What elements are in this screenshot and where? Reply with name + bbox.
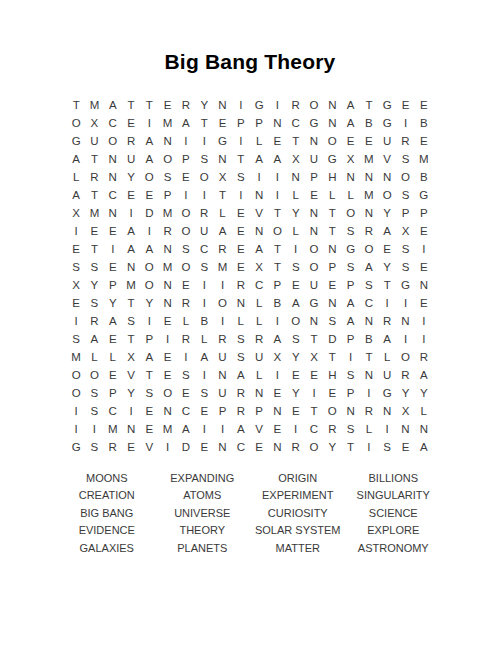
grid-cell-r8c7[interactable]: O — [177, 222, 195, 240]
grid-cell-r16c8[interactable]: I — [195, 366, 213, 384]
grid-cell-r2c6[interactable]: M — [158, 114, 176, 132]
grid-cell-r11c12[interactable]: P — [268, 276, 286, 294]
grid-cell-r13c17[interactable]: N — [360, 312, 378, 330]
grid-cell-r11c16[interactable]: P — [341, 276, 359, 294]
grid-cell-r5c3[interactable]: N — [104, 168, 122, 186]
grid-cell-r11c4[interactable]: M — [122, 276, 140, 294]
grid-cell-r10c16[interactable]: S — [341, 258, 359, 276]
grid-cell-r2c9[interactable]: E — [213, 114, 231, 132]
grid-cell-r12c1[interactable]: E — [67, 294, 85, 312]
grid-cell-r16c6[interactable]: E — [158, 366, 176, 384]
grid-cell-r14c19[interactable]: I — [396, 330, 414, 348]
grid-cell-r17c5[interactable]: S — [140, 384, 158, 402]
grid-cell-r5c7[interactable]: E — [177, 168, 195, 186]
grid-cell-r10c6[interactable]: M — [158, 258, 176, 276]
grid-cell-r2c11[interactable]: P — [250, 114, 268, 132]
grid-cell-r8c8[interactable]: U — [195, 222, 213, 240]
grid-cell-r14c11[interactable]: R — [250, 330, 268, 348]
grid-cell-r5c20[interactable]: B — [415, 168, 433, 186]
grid-cell-r14c18[interactable]: A — [378, 330, 396, 348]
grid-cell-r5c13[interactable]: N — [287, 168, 305, 186]
grid-cell-r15c14[interactable]: X — [305, 348, 323, 366]
grid-cell-r18c15[interactable]: O — [323, 402, 341, 420]
grid-cell-r9c7[interactable]: S — [177, 240, 195, 258]
grid-cell-r13c8[interactable]: B — [195, 312, 213, 330]
grid-cell-r1c1[interactable]: T — [67, 96, 85, 114]
grid-cell-r14c7[interactable]: R — [177, 330, 195, 348]
grid-cell-r9c9[interactable]: R — [213, 240, 231, 258]
grid-cell-r17c12[interactable]: E — [268, 384, 286, 402]
grid-cell-r13c13[interactable]: O — [287, 312, 305, 330]
grid-cell-r14c1[interactable]: S — [67, 330, 85, 348]
grid-cell-r7c11[interactable]: V — [250, 204, 268, 222]
grid-cell-r15c11[interactable]: U — [250, 348, 268, 366]
grid-cell-r2c15[interactable]: N — [323, 114, 341, 132]
grid-cell-r4c6[interactable]: O — [158, 150, 176, 168]
grid-cell-r18c14[interactable]: T — [305, 402, 323, 420]
grid-cell-r9c11[interactable]: A — [250, 240, 268, 258]
grid-cell-r19c14[interactable]: C — [305, 420, 323, 438]
grid-cell-r4c19[interactable]: S — [396, 150, 414, 168]
grid-cell-r19c8[interactable]: I — [195, 420, 213, 438]
grid-cell-r6c11[interactable]: N — [250, 186, 268, 204]
grid-cell-r17c19[interactable]: Y — [396, 384, 414, 402]
grid-cell-r10c7[interactable]: O — [177, 258, 195, 276]
grid-cell-r7c16[interactable]: O — [341, 204, 359, 222]
grid-cell-r18c17[interactable]: R — [360, 402, 378, 420]
grid-cell-r13c1[interactable]: I — [67, 312, 85, 330]
grid-cell-r16c15[interactable]: H — [323, 366, 341, 384]
grid-cell-r1c12[interactable]: I — [268, 96, 286, 114]
grid-cell-r15c3[interactable]: L — [104, 348, 122, 366]
grid-cell-r3c18[interactable]: U — [378, 132, 396, 150]
grid-cell-r11c11[interactable]: C — [250, 276, 268, 294]
grid-cell-r18c5[interactable]: E — [140, 402, 158, 420]
grid-cell-r19c10[interactable]: A — [232, 420, 250, 438]
grid-cell-r2c10[interactable]: P — [232, 114, 250, 132]
grid-cell-r18c9[interactable]: P — [213, 402, 231, 420]
grid-cell-r1c14[interactable]: O — [305, 96, 323, 114]
grid-cell-r4c15[interactable]: G — [323, 150, 341, 168]
grid-cell-r5c9[interactable]: X — [213, 168, 231, 186]
grid-cell-r13c3[interactable]: A — [104, 312, 122, 330]
grid-cell-r12c16[interactable]: A — [341, 294, 359, 312]
grid-cell-r20c2[interactable]: S — [85, 438, 103, 456]
grid-cell-r19c5[interactable]: E — [140, 420, 158, 438]
grid-cell-r11c13[interactable]: E — [287, 276, 305, 294]
grid-cell-r9c10[interactable]: E — [232, 240, 250, 258]
grid-cell-r14c6[interactable]: I — [158, 330, 176, 348]
grid-cell-r7c1[interactable]: X — [67, 204, 85, 222]
grid-cell-r12c20[interactable]: E — [415, 294, 433, 312]
grid-cell-r3c9[interactable]: G — [213, 132, 231, 150]
grid-cell-r8c3[interactable]: E — [104, 222, 122, 240]
grid-cell-r11c3[interactable]: P — [104, 276, 122, 294]
grid-cell-r3c19[interactable]: R — [396, 132, 414, 150]
grid-cell-r2c19[interactable]: I — [396, 114, 414, 132]
grid-cell-r9c4[interactable]: A — [122, 240, 140, 258]
grid-cell-r10c9[interactable]: M — [213, 258, 231, 276]
grid-cell-r2c8[interactable]: T — [195, 114, 213, 132]
grid-cell-r6c14[interactable]: E — [305, 186, 323, 204]
grid-cell-r17c8[interactable]: S — [195, 384, 213, 402]
grid-cell-r7c6[interactable]: M — [158, 204, 176, 222]
grid-cell-r12c12[interactable]: B — [268, 294, 286, 312]
grid-cell-r7c4[interactable]: I — [122, 204, 140, 222]
grid-cell-r20c11[interactable]: E — [250, 438, 268, 456]
grid-cell-r2c7[interactable]: A — [177, 114, 195, 132]
grid-cell-r13c11[interactable]: L — [250, 312, 268, 330]
grid-cell-r9c6[interactable]: N — [158, 240, 176, 258]
grid-cell-r8c16[interactable]: S — [341, 222, 359, 240]
grid-cell-r2c4[interactable]: E — [122, 114, 140, 132]
grid-cell-r3c14[interactable]: N — [305, 132, 323, 150]
grid-cell-r15c19[interactable]: O — [396, 348, 414, 366]
grid-cell-r16c14[interactable]: E — [305, 366, 323, 384]
grid-cell-r5c1[interactable]: L — [67, 168, 85, 186]
grid-cell-r19c13[interactable]: I — [287, 420, 305, 438]
grid-cell-r6c5[interactable]: E — [140, 186, 158, 204]
grid-cell-r18c16[interactable]: N — [341, 402, 359, 420]
grid-cell-r10c4[interactable]: N — [122, 258, 140, 276]
grid-cell-r18c11[interactable]: P — [250, 402, 268, 420]
grid-cell-r17c18[interactable]: G — [378, 384, 396, 402]
grid-cell-r20c9[interactable]: N — [213, 438, 231, 456]
grid-cell-r17c17[interactable]: I — [360, 384, 378, 402]
grid-cell-r8c19[interactable]: X — [396, 222, 414, 240]
grid-cell-r8c12[interactable]: O — [268, 222, 286, 240]
grid-cell-r19c6[interactable]: M — [158, 420, 176, 438]
grid-cell-r17c10[interactable]: R — [232, 384, 250, 402]
grid-cell-r2c20[interactable]: B — [415, 114, 433, 132]
grid-cell-r14c10[interactable]: S — [232, 330, 250, 348]
grid-cell-r4c4[interactable]: U — [122, 150, 140, 168]
grid-cell-r18c6[interactable]: N — [158, 402, 176, 420]
grid-cell-r8c20[interactable]: E — [415, 222, 433, 240]
grid-cell-r6c6[interactable]: P — [158, 186, 176, 204]
grid-cell-r16c1[interactable]: O — [67, 366, 85, 384]
grid-cell-r10c5[interactable]: O — [140, 258, 158, 276]
grid-cell-r12c5[interactable]: Y — [140, 294, 158, 312]
grid-cell-r16c17[interactable]: N — [360, 366, 378, 384]
grid-cell-r6c12[interactable]: I — [268, 186, 286, 204]
grid-cell-r9c12[interactable]: T — [268, 240, 286, 258]
grid-cell-r13c7[interactable]: L — [177, 312, 195, 330]
grid-cell-r6c9[interactable]: T — [213, 186, 231, 204]
grid-cell-r2c14[interactable]: G — [305, 114, 323, 132]
grid-cell-r10c2[interactable]: S — [85, 258, 103, 276]
grid-cell-r3c8[interactable]: I — [195, 132, 213, 150]
grid-cell-r3c15[interactable]: O — [323, 132, 341, 150]
grid-cell-r12c11[interactable]: L — [250, 294, 268, 312]
grid-cell-r19c7[interactable]: A — [177, 420, 195, 438]
grid-cell-r20c17[interactable]: I — [360, 438, 378, 456]
grid-cell-r5c4[interactable]: Y — [122, 168, 140, 186]
grid-cell-r18c7[interactable]: C — [177, 402, 195, 420]
grid-cell-r4c11[interactable]: A — [250, 150, 268, 168]
grid-cell-r20c15[interactable]: Y — [323, 438, 341, 456]
grid-cell-r9c1[interactable]: E — [67, 240, 85, 258]
grid-cell-r18c8[interactable]: E — [195, 402, 213, 420]
grid-cell-r20c18[interactable]: S — [378, 438, 396, 456]
grid-cell-r8c14[interactable]: N — [305, 222, 323, 240]
grid-cell-r3c20[interactable]: E — [415, 132, 433, 150]
grid-cell-r9c14[interactable]: O — [305, 240, 323, 258]
grid-cell-r3c16[interactable]: E — [341, 132, 359, 150]
grid-cell-r9c19[interactable]: S — [396, 240, 414, 258]
grid-cell-r8c9[interactable]: A — [213, 222, 231, 240]
grid-cell-r6c4[interactable]: E — [122, 186, 140, 204]
grid-cell-r1c2[interactable]: M — [85, 96, 103, 114]
grid-cell-r11c15[interactable]: E — [323, 276, 341, 294]
grid-cell-r13c6[interactable]: E — [158, 312, 176, 330]
grid-cell-r14c3[interactable]: E — [104, 330, 122, 348]
grid-cell-r6c20[interactable]: G — [415, 186, 433, 204]
grid-cell-r19c1[interactable]: I — [67, 420, 85, 438]
grid-cell-r1c7[interactable]: R — [177, 96, 195, 114]
grid-cell-r16c5[interactable]: T — [140, 366, 158, 384]
grid-cell-r10c14[interactable]: O — [305, 258, 323, 276]
grid-cell-r3c6[interactable]: N — [158, 132, 176, 150]
grid-cell-r18c19[interactable]: X — [396, 402, 414, 420]
grid-cell-r2c16[interactable]: A — [341, 114, 359, 132]
grid-cell-r12c13[interactable]: A — [287, 294, 305, 312]
grid-cell-r3c10[interactable]: I — [232, 132, 250, 150]
grid-cell-r5c17[interactable]: N — [360, 168, 378, 186]
grid-cell-r3c3[interactable]: O — [104, 132, 122, 150]
grid-cell-r11c14[interactable]: U — [305, 276, 323, 294]
grid-cell-r4c8[interactable]: S — [195, 150, 213, 168]
grid-cell-r8c2[interactable]: E — [85, 222, 103, 240]
grid-cell-r9c5[interactable]: A — [140, 240, 158, 258]
grid-cell-r11c10[interactable]: R — [232, 276, 250, 294]
grid-cell-r7c2[interactable]: M — [85, 204, 103, 222]
grid-cell-r12c15[interactable]: N — [323, 294, 341, 312]
grid-cell-r11c17[interactable]: S — [360, 276, 378, 294]
grid-cell-r6c13[interactable]: L — [287, 186, 305, 204]
grid-cell-r9c17[interactable]: O — [360, 240, 378, 258]
grid-cell-r16c9[interactable]: N — [213, 366, 231, 384]
grid-cell-r6c17[interactable]: M — [360, 186, 378, 204]
grid-cell-r5c6[interactable]: S — [158, 168, 176, 186]
grid-cell-r8c4[interactable]: A — [122, 222, 140, 240]
grid-cell-r16c18[interactable]: U — [378, 366, 396, 384]
grid-cell-r11c18[interactable]: T — [378, 276, 396, 294]
grid-cell-r7c15[interactable]: T — [323, 204, 341, 222]
grid-cell-r18c3[interactable]: C — [104, 402, 122, 420]
grid-cell-r12c17[interactable]: C — [360, 294, 378, 312]
grid-cell-r12c19[interactable]: I — [396, 294, 414, 312]
grid-cell-r15c2[interactable]: L — [85, 348, 103, 366]
grid-cell-r11c20[interactable]: N — [415, 276, 433, 294]
grid-cell-r20c12[interactable]: N — [268, 438, 286, 456]
grid-cell-r12c8[interactable]: I — [195, 294, 213, 312]
grid-cell-r15c12[interactable]: X — [268, 348, 286, 366]
grid-cell-r17c6[interactable]: O — [158, 384, 176, 402]
grid-cell-r19c12[interactable]: E — [268, 420, 286, 438]
grid-cell-r6c10[interactable]: I — [232, 186, 250, 204]
grid-cell-r10c1[interactable]: S — [67, 258, 85, 276]
grid-cell-r15c10[interactable]: S — [232, 348, 250, 366]
grid-cell-r2c18[interactable]: G — [378, 114, 396, 132]
grid-cell-r20c3[interactable]: R — [104, 438, 122, 456]
grid-cell-r16c20[interactable]: A — [415, 366, 433, 384]
grid-cell-r6c8[interactable]: I — [195, 186, 213, 204]
grid-cell-r2c3[interactable]: C — [104, 114, 122, 132]
grid-cell-r14c8[interactable]: L — [195, 330, 213, 348]
grid-cell-r9c18[interactable]: E — [378, 240, 396, 258]
grid-cell-r1c8[interactable]: Y — [195, 96, 213, 114]
grid-cell-r13c5[interactable]: I — [140, 312, 158, 330]
grid-cell-r10c13[interactable]: S — [287, 258, 305, 276]
grid-cell-r17c11[interactable]: N — [250, 384, 268, 402]
grid-cell-r4c16[interactable]: X — [341, 150, 359, 168]
grid-cell-r8c18[interactable]: A — [378, 222, 396, 240]
grid-cell-r1c13[interactable]: R — [287, 96, 305, 114]
grid-cell-r5c8[interactable]: O — [195, 168, 213, 186]
grid-cell-r11c6[interactable]: N — [158, 276, 176, 294]
grid-cell-r5c10[interactable]: S — [232, 168, 250, 186]
grid-cell-r17c16[interactable]: P — [341, 384, 359, 402]
grid-cell-r19c11[interactable]: V — [250, 420, 268, 438]
grid-cell-r17c4[interactable]: Y — [122, 384, 140, 402]
grid-cell-r8c13[interactable]: L — [287, 222, 305, 240]
grid-cell-r10c11[interactable]: X — [250, 258, 268, 276]
grid-cell-r18c13[interactable]: E — [287, 402, 305, 420]
grid-cell-r16c12[interactable]: I — [268, 366, 286, 384]
grid-cell-r17c13[interactable]: Y — [287, 384, 305, 402]
grid-cell-r17c15[interactable]: E — [323, 384, 341, 402]
grid-cell-r17c9[interactable]: U — [213, 384, 231, 402]
grid-cell-r3c12[interactable]: E — [268, 132, 286, 150]
grid-cell-r16c13[interactable]: E — [287, 366, 305, 384]
grid-cell-r19c16[interactable]: S — [341, 420, 359, 438]
grid-cell-r4c13[interactable]: X — [287, 150, 305, 168]
grid-cell-r17c1[interactable]: O — [67, 384, 85, 402]
grid-cell-r19c19[interactable]: N — [396, 420, 414, 438]
grid-cell-r4c14[interactable]: U — [305, 150, 323, 168]
grid-cell-r18c12[interactable]: N — [268, 402, 286, 420]
grid-cell-r14c13[interactable]: S — [287, 330, 305, 348]
grid-cell-r1c9[interactable]: N — [213, 96, 231, 114]
grid-cell-r10c20[interactable]: E — [415, 258, 433, 276]
grid-cell-r3c5[interactable]: A — [140, 132, 158, 150]
grid-cell-r13c20[interactable]: I — [415, 312, 433, 330]
grid-cell-r13c10[interactable]: L — [232, 312, 250, 330]
grid-cell-r5c18[interactable]: N — [378, 168, 396, 186]
grid-cell-r12c7[interactable]: R — [177, 294, 195, 312]
grid-cell-r10c19[interactable]: S — [396, 258, 414, 276]
grid-cell-r3c4[interactable]: R — [122, 132, 140, 150]
grid-cell-r16c11[interactable]: L — [250, 366, 268, 384]
grid-cell-r19c15[interactable]: R — [323, 420, 341, 438]
grid-cell-r18c2[interactable]: S — [85, 402, 103, 420]
grid-cell-r14c15[interactable]: D — [323, 330, 341, 348]
grid-cell-r20c4[interactable]: E — [122, 438, 140, 456]
grid-cell-r7c20[interactable]: P — [415, 204, 433, 222]
grid-cell-r20c19[interactable]: E — [396, 438, 414, 456]
grid-cell-r20c13[interactable]: R — [287, 438, 305, 456]
grid-cell-r1c10[interactable]: I — [232, 96, 250, 114]
grid-cell-r2c1[interactable]: O — [67, 114, 85, 132]
grid-cell-r13c16[interactable]: A — [341, 312, 359, 330]
grid-cell-r11c9[interactable]: I — [213, 276, 231, 294]
grid-cell-r1c19[interactable]: E — [396, 96, 414, 114]
grid-cell-r17c7[interactable]: E — [177, 384, 195, 402]
grid-cell-r12c10[interactable]: N — [232, 294, 250, 312]
grid-cell-r6c16[interactable]: L — [341, 186, 359, 204]
grid-cell-r15c6[interactable]: E — [158, 348, 176, 366]
grid-cell-r5c14[interactable]: P — [305, 168, 323, 186]
grid-cell-r11c1[interactable]: X — [67, 276, 85, 294]
grid-cell-r16c4[interactable]: V — [122, 366, 140, 384]
grid-cell-r15c7[interactable]: I — [177, 348, 195, 366]
grid-cell-r2c5[interactable]: I — [140, 114, 158, 132]
grid-cell-r14c20[interactable]: I — [415, 330, 433, 348]
grid-cell-r13c15[interactable]: S — [323, 312, 341, 330]
grid-cell-r18c10[interactable]: R — [232, 402, 250, 420]
grid-cell-r8c15[interactable]: T — [323, 222, 341, 240]
grid-cell-r11c2[interactable]: Y — [85, 276, 103, 294]
grid-cell-r13c12[interactable]: I — [268, 312, 286, 330]
grid-cell-r15c15[interactable]: T — [323, 348, 341, 366]
grid-cell-r2c12[interactable]: N — [268, 114, 286, 132]
grid-cell-r17c20[interactable]: Y — [415, 384, 433, 402]
grid-cell-r5c2[interactable]: R — [85, 168, 103, 186]
grid-cell-r12c6[interactable]: N — [158, 294, 176, 312]
grid-cell-r8c1[interactable]: I — [67, 222, 85, 240]
grid-cell-r9c20[interactable]: I — [415, 240, 433, 258]
grid-cell-r13c9[interactable]: I — [213, 312, 231, 330]
grid-cell-r4c2[interactable]: T — [85, 150, 103, 168]
grid-cell-r14c12[interactable]: A — [268, 330, 286, 348]
grid-cell-r5c12[interactable]: I — [268, 168, 286, 186]
grid-cell-r1c4[interactable]: T — [122, 96, 140, 114]
grid-cell-r18c18[interactable]: N — [378, 402, 396, 420]
grid-cell-r17c2[interactable]: S — [85, 384, 103, 402]
grid-cell-r20c20[interactable]: A — [415, 438, 433, 456]
grid-cell-r20c6[interactable]: I — [158, 438, 176, 456]
grid-cell-r20c10[interactable]: C — [232, 438, 250, 456]
grid-cell-r10c8[interactable]: S — [195, 258, 213, 276]
grid-cell-r5c5[interactable]: O — [140, 168, 158, 186]
grid-cell-r9c8[interactable]: C — [195, 240, 213, 258]
grid-cell-r14c4[interactable]: T — [122, 330, 140, 348]
grid-cell-r4c7[interactable]: P — [177, 150, 195, 168]
grid-cell-r1c11[interactable]: G — [250, 96, 268, 114]
grid-cell-r6c19[interactable]: S — [396, 186, 414, 204]
grid-cell-r15c1[interactable]: M — [67, 348, 85, 366]
grid-cell-r7c5[interactable]: D — [140, 204, 158, 222]
grid-cell-r2c13[interactable]: C — [287, 114, 305, 132]
grid-cell-r13c19[interactable]: N — [396, 312, 414, 330]
grid-cell-r19c9[interactable]: I — [213, 420, 231, 438]
grid-cell-r18c1[interactable]: I — [67, 402, 85, 420]
grid-cell-r16c7[interactable]: S — [177, 366, 195, 384]
grid-cell-r16c2[interactable]: O — [85, 366, 103, 384]
grid-cell-r7c9[interactable]: L — [213, 204, 231, 222]
grid-cell-r5c19[interactable]: O — [396, 168, 414, 186]
grid-cell-r8c11[interactable]: N — [250, 222, 268, 240]
grid-cell-r10c18[interactable]: Y — [378, 258, 396, 276]
grid-cell-r1c15[interactable]: N — [323, 96, 341, 114]
grid-cell-r13c18[interactable]: R — [378, 312, 396, 330]
grid-cell-r1c18[interactable]: G — [378, 96, 396, 114]
grid-cell-r17c3[interactable]: P — [104, 384, 122, 402]
grid-cell-r4c5[interactable]: A — [140, 150, 158, 168]
grid-cell-r3c7[interactable]: I — [177, 132, 195, 150]
grid-cell-r7c17[interactable]: N — [360, 204, 378, 222]
